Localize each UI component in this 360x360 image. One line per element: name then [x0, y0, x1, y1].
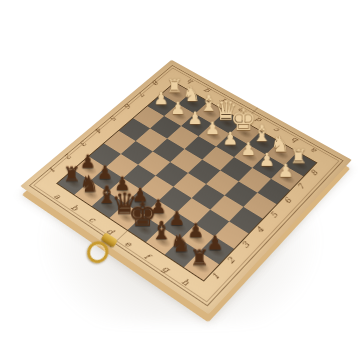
rank-label-left-4: 4	[91, 124, 105, 134]
dark-rook-glyph: ♜	[182, 246, 217, 268]
rank-label-right-4: 4	[253, 223, 268, 236]
file-label-near-h: h	[177, 276, 193, 289]
file-label-near-c: c	[84, 214, 100, 226]
rank-label-left-3: 3	[76, 137, 90, 148]
product-photo-chess-set: aabbccddeeffgghh1122334455667788 ♜♞♝♛♚♝♞…	[0, 0, 360, 360]
file-label-near-g: g	[158, 263, 174, 276]
file-label-near-e: e	[120, 238, 136, 250]
file-label-near-b: b	[67, 202, 82, 214]
file-label-near-f: f	[139, 250, 155, 263]
rank-label-right-8: 8	[307, 167, 321, 178]
light-pawn-glyph: ♟	[269, 161, 301, 179]
rank-label-left-6: 6	[120, 100, 134, 110]
rank-label-left-5: 5	[106, 112, 120, 122]
file-label-near-a: a	[50, 191, 65, 202]
